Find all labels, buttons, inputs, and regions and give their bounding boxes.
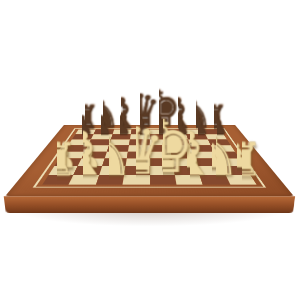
chess-board: ♜♞♝♛♚♝♞♜♟♟♟♟♟♟♟♟♟♟♟♟♟♟♟♟♜♝♞♛♚♝♞♜: [5, 125, 294, 196]
pieces-layer: ♜♞♝♛♚♝♞♜♟♟♟♟♟♟♟♟♟♟♟♟♟♟♟♟♜♝♞♛♚♝♞♜: [42, 130, 257, 185]
chess-set-product-photo: ♜♞♝♛♚♝♞♜♟♟♟♟♟♟♟♟♟♟♟♟♟♟♟♟♜♝♞♛♚♝♞♜: [0, 0, 300, 300]
board-front-edge: [4, 196, 296, 213]
piece-light-rook-h1[interactable]: ♜: [225, 175, 257, 185]
